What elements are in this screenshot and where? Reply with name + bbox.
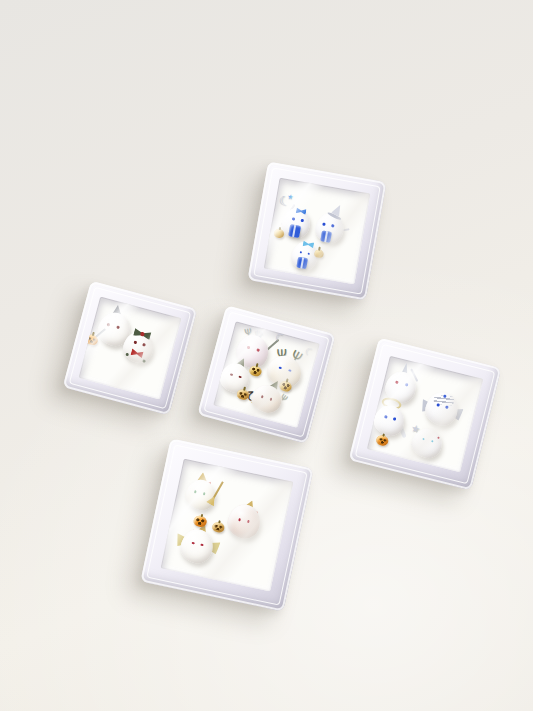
pumpkin-charm [211,522,225,534]
ghost-body [178,526,216,566]
pumpkin-charm [273,228,284,239]
star-icon: ★ [287,194,294,202]
display-box-top-window: ☾★ [264,178,371,285]
display-box-top: ☾★ [247,161,386,300]
blue-gift [288,225,301,239]
pumpkin-charm [376,435,390,448]
display-box-center-window: Ψ♕☾ΨΨ☾ζΨ [213,321,320,428]
display-box-center: Ψ♕☾ΨΨ☾ζΨ [197,305,335,443]
display-box-bottom-window [161,459,294,592]
moon-icon: ☾ [303,345,316,358]
photo-surface: ☾★ Ψ♕☾ΨΨ☾ζΨ ★ [0,0,533,711]
blue-gift [320,231,332,244]
display-box-right: ★ [349,338,502,491]
vine-leaf [143,360,147,364]
display-box-left-window [79,297,182,400]
blue-gift [296,256,308,269]
pumpkin-charm [314,249,324,258]
display-box-left [63,281,198,416]
display-box-right-window: ★ [367,356,483,472]
display-box-bottom [140,438,313,611]
